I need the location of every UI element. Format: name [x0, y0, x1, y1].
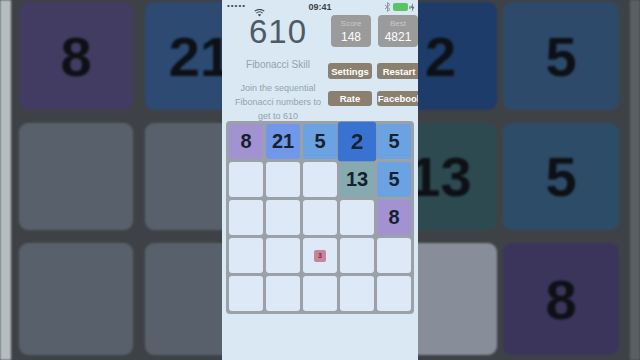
bg-right-strip — [630, 0, 640, 360]
restart-button[interactable]: Restart — [377, 63, 418, 79]
subtitle: Fibonacci Skill — [223, 59, 333, 70]
board-cell-r1c4: 5 — [377, 162, 411, 197]
best-value: 4821 — [385, 30, 412, 44]
charging-bolt-icon — [410, 3, 415, 12]
board-cell-r2c1 — [266, 200, 300, 235]
status-bar: ••••• 09:41 — [222, 0, 418, 14]
bg-tile-8: 8 — [19, 2, 133, 110]
game-board[interactable]: 82152513583 — [226, 121, 414, 314]
board-cell-r4c1 — [266, 276, 300, 311]
board-cell-r3c1 — [266, 238, 300, 273]
board-cell-r0c3: 2 — [338, 122, 376, 162]
bg-tile-8: 8 — [503, 243, 619, 355]
bg-tile-5: 5 — [503, 2, 619, 110]
board-cell-r2c3 — [340, 200, 374, 235]
instructions-text: Join the sequential Fibonacci numbers to… — [223, 82, 333, 124]
header-block: 610 Fibonacci Skill Join the sequential … — [223, 13, 333, 124]
best-box: Best 4821 — [378, 15, 418, 47]
board-cell-r1c2 — [303, 162, 337, 197]
board-cell-r4c3 — [340, 276, 374, 311]
board-cell-r1c0 — [229, 162, 263, 197]
board-cell-r2c2 — [303, 200, 337, 235]
board-cell-r4c0 — [229, 276, 263, 311]
board-cell-r3c4 — [377, 238, 411, 273]
board-cell-r4c2 — [303, 276, 337, 311]
board-cell-r1c3: 13 — [340, 162, 374, 197]
battery-icon — [393, 3, 408, 11]
board-cell-r0c1: 21 — [266, 124, 300, 159]
board-cell-r3c3 — [340, 238, 374, 273]
instructions-line-1: Join the sequential — [223, 82, 333, 96]
board-cell-r0c0: 8 — [229, 124, 263, 159]
board-cell-r0c4: 5 — [377, 124, 411, 159]
page-title: 610 — [223, 13, 333, 51]
board-cell-r3c0 — [229, 238, 263, 273]
phone-screen: ••••• 09:41 610 Fibonacci Skill Join the… — [222, 0, 418, 360]
score-value: 148 — [341, 30, 361, 44]
board-cell-r2c4: 8 — [377, 200, 411, 235]
bg-tile-5: 5 — [503, 123, 619, 230]
board-cell-r2c0 — [229, 200, 263, 235]
board-cell-r3c2: 3 — [303, 238, 337, 273]
board-cell-r1c1 — [266, 162, 300, 197]
score-box: Score 148 — [331, 15, 371, 47]
board-cell-r0c2: 5 — [303, 124, 337, 159]
score-label: Score — [341, 19, 362, 28]
instructions-line-2: Fibonacci numbers to — [223, 96, 333, 110]
settings-button[interactable]: Settings — [328, 63, 372, 79]
bg-empty-cell — [19, 243, 133, 355]
bg-left-strip — [0, 0, 11, 360]
bg-empty-cell — [19, 123, 133, 230]
facebook-button[interactable]: Facebook — [377, 91, 418, 106]
board-cell-r4c4 — [377, 276, 411, 311]
bluetooth-icon — [384, 2, 391, 12]
best-label: Best — [390, 19, 406, 28]
rate-button[interactable]: Rate — [328, 91, 372, 106]
spawn-tile-3: 3 — [314, 250, 326, 262]
status-right-cluster — [384, 2, 415, 12]
